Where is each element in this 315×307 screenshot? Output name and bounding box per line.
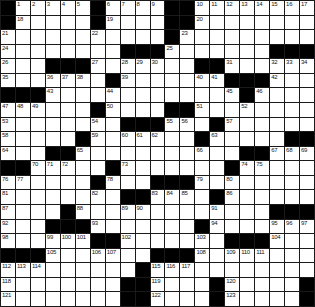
white-cell[interactable] xyxy=(91,88,105,102)
white-cell[interactable] xyxy=(300,161,314,175)
white-cell[interactable] xyxy=(151,30,165,44)
white-cell[interactable]: 71 xyxy=(46,161,60,175)
white-cell[interactable] xyxy=(285,263,299,277)
white-cell[interactable] xyxy=(136,16,150,30)
white-cell[interactable]: 57 xyxy=(225,118,239,132)
white-cell[interactable]: 86 xyxy=(225,190,239,204)
white-cell[interactable]: 5 xyxy=(76,1,90,15)
white-cell[interactable] xyxy=(16,30,30,44)
white-cell[interactable]: 6 xyxy=(106,1,120,15)
white-cell[interactable]: 31 xyxy=(225,59,239,73)
white-cell[interactable] xyxy=(46,176,60,190)
white-cell[interactable]: 90 xyxy=(136,205,150,219)
white-cell[interactable] xyxy=(285,190,299,204)
white-cell[interactable] xyxy=(300,176,314,190)
white-cell[interactable] xyxy=(106,205,120,219)
white-cell[interactable]: 111 xyxy=(255,249,269,263)
white-cell[interactable] xyxy=(300,103,314,117)
white-cell[interactable]: 87 xyxy=(1,205,15,219)
white-cell[interactable] xyxy=(16,220,30,234)
white-cell[interactable] xyxy=(16,45,30,59)
white-cell[interactable] xyxy=(285,88,299,102)
white-cell[interactable] xyxy=(46,205,60,219)
white-cell[interactable]: 56 xyxy=(180,118,194,132)
white-cell[interactable]: 49 xyxy=(31,103,45,117)
white-cell[interactable] xyxy=(61,278,75,292)
white-cell[interactable] xyxy=(270,132,284,146)
white-cell[interactable] xyxy=(136,103,150,117)
white-cell[interactable] xyxy=(255,205,269,219)
white-cell[interactable] xyxy=(225,103,239,117)
white-cell[interactable] xyxy=(240,263,254,277)
white-cell[interactable] xyxy=(255,132,269,146)
white-cell[interactable]: 7 xyxy=(121,1,135,15)
white-cell[interactable]: 21 xyxy=(1,30,15,44)
white-cell[interactable]: 13 xyxy=(240,1,254,15)
white-cell[interactable]: 1 xyxy=(16,1,30,15)
white-cell[interactable]: 30 xyxy=(151,59,165,73)
white-cell[interactable]: 64 xyxy=(1,147,15,161)
white-cell[interactable]: 41 xyxy=(210,74,224,88)
white-cell[interactable]: 105 xyxy=(46,249,60,263)
white-cell[interactable] xyxy=(121,249,135,263)
white-cell[interactable] xyxy=(270,176,284,190)
white-cell[interactable] xyxy=(16,147,30,161)
white-cell[interactable]: 120 xyxy=(225,278,239,292)
white-cell[interactable] xyxy=(240,59,254,73)
white-cell[interactable]: 15 xyxy=(270,1,284,15)
white-cell[interactable] xyxy=(151,205,165,219)
white-cell[interactable] xyxy=(76,88,90,102)
white-cell[interactable]: 76 xyxy=(1,176,15,190)
white-cell[interactable]: 119 xyxy=(151,278,165,292)
white-cell[interactable] xyxy=(165,59,179,73)
white-cell[interactable] xyxy=(165,278,179,292)
white-cell[interactable]: 2 xyxy=(31,1,45,15)
white-cell[interactable]: 67 xyxy=(270,147,284,161)
white-cell[interactable]: 98 xyxy=(1,234,15,248)
white-cell[interactable]: 29 xyxy=(136,59,150,73)
white-cell[interactable] xyxy=(285,103,299,117)
white-cell[interactable] xyxy=(195,205,209,219)
white-cell[interactable]: 75 xyxy=(255,161,269,175)
white-cell[interactable] xyxy=(300,16,314,30)
white-cell[interactable] xyxy=(61,103,75,117)
white-cell[interactable] xyxy=(240,45,254,59)
white-cell[interactable] xyxy=(165,234,179,248)
white-cell[interactable] xyxy=(121,103,135,117)
white-cell[interactable]: 72 xyxy=(61,161,75,175)
white-cell[interactable] xyxy=(46,118,60,132)
white-cell[interactable]: 92 xyxy=(1,220,15,234)
white-cell[interactable] xyxy=(91,147,105,161)
white-cell[interactable]: 103 xyxy=(195,234,209,248)
white-cell[interactable]: 46 xyxy=(255,88,269,102)
white-cell[interactable] xyxy=(225,263,239,277)
white-cell[interactable] xyxy=(165,147,179,161)
white-cell[interactable] xyxy=(255,176,269,190)
white-cell[interactable] xyxy=(255,59,269,73)
white-cell[interactable] xyxy=(31,132,45,146)
white-cell[interactable] xyxy=(76,45,90,59)
white-cell[interactable] xyxy=(121,16,135,30)
white-cell[interactable] xyxy=(240,176,254,190)
white-cell[interactable] xyxy=(255,118,269,132)
white-cell[interactable] xyxy=(300,234,314,248)
white-cell[interactable] xyxy=(225,147,239,161)
white-cell[interactable] xyxy=(180,74,194,88)
white-cell[interactable] xyxy=(91,45,105,59)
white-cell[interactable] xyxy=(180,292,194,306)
white-cell[interactable] xyxy=(121,176,135,190)
white-cell[interactable] xyxy=(61,292,75,306)
white-cell[interactable] xyxy=(136,161,150,175)
white-cell[interactable] xyxy=(121,88,135,102)
white-cell[interactable] xyxy=(240,132,254,146)
white-cell[interactable] xyxy=(106,45,120,59)
white-cell[interactable] xyxy=(285,249,299,263)
white-cell[interactable] xyxy=(210,234,224,248)
white-cell[interactable] xyxy=(180,147,194,161)
white-cell[interactable]: 79 xyxy=(195,176,209,190)
white-cell[interactable] xyxy=(61,118,75,132)
white-cell[interactable]: 74 xyxy=(240,161,254,175)
white-cell[interactable] xyxy=(136,234,150,248)
white-cell[interactable] xyxy=(151,88,165,102)
white-cell[interactable] xyxy=(31,118,45,132)
white-cell[interactable] xyxy=(31,147,45,161)
white-cell[interactable]: 59 xyxy=(91,132,105,146)
white-cell[interactable] xyxy=(255,278,269,292)
white-cell[interactable]: 62 xyxy=(151,132,165,146)
white-cell[interactable] xyxy=(106,263,120,277)
white-cell[interactable] xyxy=(76,161,90,175)
white-cell[interactable] xyxy=(180,220,194,234)
white-cell[interactable] xyxy=(240,190,254,204)
white-cell[interactable]: 10 xyxy=(195,1,209,15)
white-cell[interactable] xyxy=(31,176,45,190)
white-cell[interactable] xyxy=(180,234,194,248)
white-cell[interactable] xyxy=(300,88,314,102)
white-cell[interactable]: 114 xyxy=(31,263,45,277)
white-cell[interactable] xyxy=(285,292,299,306)
white-cell[interactable] xyxy=(46,103,60,117)
white-cell[interactable] xyxy=(76,249,90,263)
white-cell[interactable] xyxy=(270,118,284,132)
white-cell[interactable]: 89 xyxy=(121,205,135,219)
white-cell[interactable]: 23 xyxy=(180,30,194,44)
white-cell[interactable]: 65 xyxy=(76,147,90,161)
white-cell[interactable]: 54 xyxy=(91,118,105,132)
white-cell[interactable] xyxy=(151,74,165,88)
white-cell[interactable] xyxy=(210,161,224,175)
white-cell[interactable] xyxy=(61,45,75,59)
white-cell[interactable]: 88 xyxy=(76,205,90,219)
white-cell[interactable] xyxy=(300,263,314,277)
white-cell[interactable] xyxy=(76,176,90,190)
white-cell[interactable] xyxy=(46,263,60,277)
white-cell[interactable] xyxy=(76,190,90,204)
white-cell[interactable] xyxy=(31,234,45,248)
white-cell[interactable] xyxy=(91,292,105,306)
white-cell[interactable] xyxy=(210,45,224,59)
white-cell[interactable]: 22 xyxy=(91,30,105,44)
white-cell[interactable] xyxy=(46,16,60,30)
white-cell[interactable]: 68 xyxy=(285,147,299,161)
white-cell[interactable] xyxy=(31,16,45,30)
white-cell[interactable]: 4 xyxy=(61,1,75,15)
white-cell[interactable]: 33 xyxy=(285,59,299,73)
white-cell[interactable] xyxy=(270,30,284,44)
white-cell[interactable]: 45 xyxy=(225,88,239,102)
white-cell[interactable]: 48 xyxy=(16,103,30,117)
white-cell[interactable] xyxy=(106,147,120,161)
white-cell[interactable] xyxy=(210,263,224,277)
white-cell[interactable] xyxy=(195,278,209,292)
white-cell[interactable] xyxy=(61,16,75,30)
white-cell[interactable] xyxy=(210,176,224,190)
white-cell[interactable] xyxy=(225,45,239,59)
white-cell[interactable] xyxy=(91,278,105,292)
white-cell[interactable] xyxy=(255,220,269,234)
white-cell[interactable]: 99 xyxy=(46,234,60,248)
white-cell[interactable] xyxy=(31,278,45,292)
white-cell[interactable] xyxy=(240,292,254,306)
white-cell[interactable]: 122 xyxy=(151,292,165,306)
white-cell[interactable]: 115 xyxy=(151,263,165,277)
white-cell[interactable]: 35 xyxy=(1,74,15,88)
white-cell[interactable] xyxy=(76,16,90,30)
white-cell[interactable] xyxy=(61,176,75,190)
white-cell[interactable] xyxy=(285,234,299,248)
white-cell[interactable] xyxy=(31,74,45,88)
white-cell[interactable] xyxy=(225,220,239,234)
white-cell[interactable] xyxy=(121,30,135,44)
white-cell[interactable] xyxy=(165,74,179,88)
white-cell[interactable]: 91 xyxy=(210,205,224,219)
white-cell[interactable]: 50 xyxy=(106,103,120,117)
white-cell[interactable] xyxy=(195,45,209,59)
white-cell[interactable] xyxy=(61,263,75,277)
white-cell[interactable] xyxy=(255,30,269,44)
white-cell[interactable] xyxy=(210,147,224,161)
white-cell[interactable] xyxy=(31,292,45,306)
white-cell[interactable]: 26 xyxy=(1,59,15,73)
white-cell[interactable] xyxy=(16,118,30,132)
white-cell[interactable]: 116 xyxy=(165,263,179,277)
white-cell[interactable] xyxy=(16,278,30,292)
white-cell[interactable] xyxy=(240,278,254,292)
white-cell[interactable] xyxy=(31,205,45,219)
white-cell[interactable] xyxy=(180,45,194,59)
white-cell[interactable]: 11 xyxy=(210,1,224,15)
white-cell[interactable] xyxy=(300,190,314,204)
white-cell[interactable] xyxy=(76,292,90,306)
white-cell[interactable]: 28 xyxy=(121,59,135,73)
white-cell[interactable] xyxy=(106,292,120,306)
white-cell[interactable] xyxy=(16,74,30,88)
white-cell[interactable] xyxy=(91,161,105,175)
white-cell[interactable] xyxy=(106,190,120,204)
white-cell[interactable]: 47 xyxy=(1,103,15,117)
white-cell[interactable] xyxy=(61,249,75,263)
white-cell[interactable] xyxy=(165,292,179,306)
white-cell[interactable]: 34 xyxy=(300,59,314,73)
white-cell[interactable] xyxy=(270,263,284,277)
white-cell[interactable]: 24 xyxy=(1,45,15,59)
white-cell[interactable] xyxy=(76,263,90,277)
white-cell[interactable]: 20 xyxy=(195,16,209,30)
white-cell[interactable] xyxy=(151,147,165,161)
white-cell[interactable]: 61 xyxy=(136,132,150,146)
white-cell[interactable] xyxy=(210,249,224,263)
white-cell[interactable]: 101 xyxy=(76,234,90,248)
white-cell[interactable] xyxy=(195,88,209,102)
white-cell[interactable] xyxy=(165,205,179,219)
white-cell[interactable] xyxy=(240,30,254,44)
white-cell[interactable]: 107 xyxy=(106,249,120,263)
white-cell[interactable] xyxy=(151,103,165,117)
white-cell[interactable] xyxy=(180,205,194,219)
white-cell[interactable] xyxy=(240,220,254,234)
white-cell[interactable]: 83 xyxy=(151,190,165,204)
white-cell[interactable] xyxy=(225,205,239,219)
white-cell[interactable]: 84 xyxy=(165,190,179,204)
white-cell[interactable] xyxy=(46,45,60,59)
white-cell[interactable] xyxy=(255,45,269,59)
white-cell[interactable] xyxy=(46,278,60,292)
white-cell[interactable] xyxy=(76,278,90,292)
white-cell[interactable] xyxy=(180,278,194,292)
white-cell[interactable]: 14 xyxy=(255,1,269,15)
white-cell[interactable] xyxy=(16,132,30,146)
white-cell[interactable] xyxy=(300,30,314,44)
white-cell[interactable] xyxy=(225,132,239,146)
white-cell[interactable]: 93 xyxy=(91,220,105,234)
white-cell[interactable] xyxy=(16,190,30,204)
white-cell[interactable] xyxy=(300,74,314,88)
white-cell[interactable]: 32 xyxy=(270,59,284,73)
white-cell[interactable] xyxy=(270,161,284,175)
white-cell[interactable]: 25 xyxy=(165,45,179,59)
white-cell[interactable] xyxy=(151,161,165,175)
white-cell[interactable]: 8 xyxy=(136,1,150,15)
white-cell[interactable]: 106 xyxy=(91,249,105,263)
white-cell[interactable] xyxy=(225,16,239,30)
white-cell[interactable] xyxy=(240,118,254,132)
white-cell[interactable] xyxy=(165,88,179,102)
white-cell[interactable] xyxy=(91,74,105,88)
white-cell[interactable] xyxy=(210,30,224,44)
white-cell[interactable]: 96 xyxy=(285,220,299,234)
white-cell[interactable] xyxy=(180,59,194,73)
white-cell[interactable] xyxy=(285,16,299,30)
white-cell[interactable]: 94 xyxy=(210,220,224,234)
white-cell[interactable]: 9 xyxy=(151,1,165,15)
white-cell[interactable]: 121 xyxy=(1,292,15,306)
white-cell[interactable] xyxy=(165,161,179,175)
white-cell[interactable]: 51 xyxy=(195,103,209,117)
white-cell[interactable]: 63 xyxy=(210,132,224,146)
white-cell[interactable] xyxy=(136,220,150,234)
white-cell[interactable]: 44 xyxy=(106,88,120,102)
white-cell[interactable]: 123 xyxy=(225,292,239,306)
white-cell[interactable] xyxy=(106,278,120,292)
white-cell[interactable] xyxy=(210,103,224,117)
white-cell[interactable]: 17 xyxy=(300,1,314,15)
white-cell[interactable]: 53 xyxy=(1,118,15,132)
white-cell[interactable]: 37 xyxy=(61,74,75,88)
white-cell[interactable]: 42 xyxy=(270,74,284,88)
white-cell[interactable] xyxy=(136,30,150,44)
white-cell[interactable] xyxy=(270,16,284,30)
white-cell[interactable]: 117 xyxy=(180,263,194,277)
white-cell[interactable]: 36 xyxy=(46,74,60,88)
white-cell[interactable]: 3 xyxy=(46,1,60,15)
white-cell[interactable]: 18 xyxy=(16,16,30,30)
white-cell[interactable] xyxy=(195,161,209,175)
white-cell[interactable] xyxy=(76,103,90,117)
white-cell[interactable] xyxy=(61,132,75,146)
white-cell[interactable] xyxy=(61,30,75,44)
white-cell[interactable] xyxy=(270,292,284,306)
white-cell[interactable] xyxy=(255,292,269,306)
white-cell[interactable] xyxy=(31,30,45,44)
white-cell[interactable] xyxy=(136,74,150,88)
white-cell[interactable] xyxy=(195,30,209,44)
white-cell[interactable] xyxy=(151,220,165,234)
white-cell[interactable] xyxy=(61,88,75,102)
white-cell[interactable]: 39 xyxy=(121,74,135,88)
white-cell[interactable] xyxy=(255,103,269,117)
white-cell[interactable]: 97 xyxy=(300,220,314,234)
white-cell[interactable] xyxy=(31,45,45,59)
white-cell[interactable] xyxy=(31,220,45,234)
white-cell[interactable] xyxy=(225,30,239,44)
white-cell[interactable] xyxy=(195,292,209,306)
white-cell[interactable] xyxy=(195,190,209,204)
white-cell[interactable] xyxy=(91,263,105,277)
white-cell[interactable] xyxy=(61,190,75,204)
white-cell[interactable] xyxy=(180,161,194,175)
white-cell[interactable]: 118 xyxy=(1,278,15,292)
white-cell[interactable] xyxy=(76,118,90,132)
white-cell[interactable] xyxy=(151,234,165,248)
white-cell[interactable]: 19 xyxy=(106,16,120,30)
white-cell[interactable] xyxy=(136,176,150,190)
white-cell[interactable]: 12 xyxy=(225,1,239,15)
white-cell[interactable] xyxy=(106,30,120,44)
white-cell[interactable]: 52 xyxy=(240,103,254,117)
white-cell[interactable] xyxy=(165,132,179,146)
white-cell[interactable] xyxy=(285,278,299,292)
white-cell[interactable]: 43 xyxy=(46,88,60,102)
white-cell[interactable] xyxy=(46,30,60,44)
white-cell[interactable] xyxy=(270,88,284,102)
white-cell[interactable] xyxy=(255,190,269,204)
white-cell[interactable]: 78 xyxy=(106,176,120,190)
white-cell[interactable] xyxy=(285,161,299,175)
white-cell[interactable]: 70 xyxy=(31,161,45,175)
white-cell[interactable]: 80 xyxy=(225,176,239,190)
white-cell[interactable]: 73 xyxy=(121,161,135,175)
white-cell[interactable] xyxy=(270,190,284,204)
white-cell[interactable]: 104 xyxy=(270,234,284,248)
white-cell[interactable]: 60 xyxy=(121,132,135,146)
white-cell[interactable]: 16 xyxy=(285,1,299,15)
white-cell[interactable]: 81 xyxy=(1,190,15,204)
white-cell[interactable] xyxy=(151,16,165,30)
